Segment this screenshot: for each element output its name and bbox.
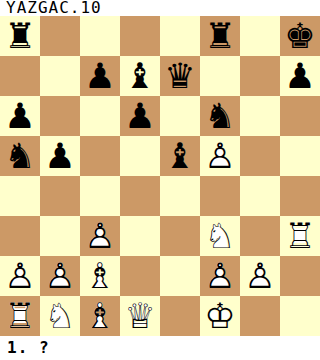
piece-solid-layer: ♜ [0, 16, 40, 56]
white-knight-piece[interactable]: ♞♘ [40, 296, 80, 336]
piece-solid-layer: ♝ [120, 56, 160, 96]
title-bar: YAZGAC.10 [0, 0, 320, 16]
square-f1[interactable]: ♚♔ [200, 296, 240, 336]
square-d7[interactable]: ♝ [120, 56, 160, 96]
square-g3[interactable] [240, 216, 280, 256]
black-pawn-piece[interactable]: ♟ [280, 56, 320, 96]
square-c4[interactable] [80, 176, 120, 216]
piece-outline-layer: ♗ [80, 296, 120, 336]
black-pawn-piece[interactable]: ♟ [120, 96, 160, 136]
piece-outline-layer: ♙ [200, 136, 240, 176]
piece-outline-layer: ♘ [40, 296, 80, 336]
piece-solid-layer: ♞ [200, 96, 240, 136]
white-bishop-piece[interactable]: ♝♗ [80, 256, 120, 296]
piece-outline-layer: ♙ [40, 256, 80, 296]
square-b4[interactable] [40, 176, 80, 216]
square-d6[interactable]: ♟ [120, 96, 160, 136]
square-e2[interactable] [160, 256, 200, 296]
piece-solid-layer: ♟ [280, 56, 320, 96]
square-c2[interactable]: ♝♗ [80, 256, 120, 296]
piece-solid-layer: ♟ [80, 56, 120, 96]
square-b2[interactable]: ♟♙ [40, 256, 80, 296]
piece-outline-layer: ♔ [200, 296, 240, 336]
square-e4[interactable] [160, 176, 200, 216]
square-b1[interactable]: ♞♘ [40, 296, 80, 336]
square-f4[interactable] [200, 176, 240, 216]
square-g2[interactable]: ♟♙ [240, 256, 280, 296]
piece-outline-layer: ♙ [80, 216, 120, 256]
white-pawn-piece[interactable]: ♟♙ [200, 136, 240, 176]
square-b3[interactable] [40, 216, 80, 256]
square-e3[interactable] [160, 216, 200, 256]
white-bishop-piece[interactable]: ♝♗ [80, 296, 120, 336]
square-h8[interactable]: ♚ [280, 16, 320, 56]
piece-outline-layer: ♕ [120, 296, 160, 336]
square-c7[interactable]: ♟ [80, 56, 120, 96]
square-h2[interactable] [280, 256, 320, 296]
piece-outline-layer: ♙ [0, 256, 40, 296]
move-prompt: 1. ? [0, 339, 50, 357]
square-a7[interactable] [0, 56, 40, 96]
square-h6[interactable] [280, 96, 320, 136]
square-a5[interactable]: ♞ [0, 136, 40, 176]
square-g8[interactable] [240, 16, 280, 56]
black-king-piece[interactable]: ♚ [280, 16, 320, 56]
piece-outline-layer: ♖ [280, 216, 320, 256]
black-pawn-piece[interactable]: ♟ [40, 136, 80, 176]
square-a6[interactable]: ♟ [0, 96, 40, 136]
square-h4[interactable] [280, 176, 320, 216]
puzzle-title: YAZGAC.10 [0, 0, 102, 16]
piece-solid-layer: ♟ [40, 136, 80, 176]
piece-outline-layer: ♙ [240, 256, 280, 296]
square-b5[interactable]: ♟ [40, 136, 80, 176]
square-d2[interactable] [120, 256, 160, 296]
square-c6[interactable] [80, 96, 120, 136]
piece-outline-layer: ♖ [0, 296, 40, 336]
piece-solid-layer: ♟ [0, 96, 40, 136]
square-f2[interactable]: ♟♙ [200, 256, 240, 296]
white-pawn-piece[interactable]: ♟♙ [200, 256, 240, 296]
square-f5[interactable]: ♟♙ [200, 136, 240, 176]
piece-solid-layer: ♝ [160, 136, 200, 176]
piece-solid-layer: ♟ [120, 96, 160, 136]
piece-outline-layer: ♗ [80, 256, 120, 296]
white-pawn-piece[interactable]: ♟♙ [40, 256, 80, 296]
square-a1[interactable]: ♜♖ [0, 296, 40, 336]
black-rook-piece[interactable]: ♜ [0, 16, 40, 56]
square-c1[interactable]: ♝♗ [80, 296, 120, 336]
square-b8[interactable] [40, 16, 80, 56]
chess-board: ♜♜♚♟♝♛♟♟♟♞♞♟♝♟♙♟♙♞♘♜♖♟♙♟♙♝♗♟♙♟♙♜♖♞♘♝♗♛♕♚… [0, 16, 320, 336]
square-d5[interactable] [120, 136, 160, 176]
square-c3[interactable]: ♟♙ [80, 216, 120, 256]
square-f6[interactable]: ♞ [200, 96, 240, 136]
black-pawn-piece[interactable]: ♟ [0, 96, 40, 136]
square-d8[interactable] [120, 16, 160, 56]
piece-solid-layer: ♛ [160, 56, 200, 96]
white-rook-piece[interactable]: ♜♖ [0, 296, 40, 336]
square-a4[interactable] [0, 176, 40, 216]
piece-solid-layer: ♚ [280, 16, 320, 56]
square-g4[interactable] [240, 176, 280, 216]
square-c5[interactable] [80, 136, 120, 176]
black-bishop-piece[interactable]: ♝ [160, 136, 200, 176]
square-a8[interactable]: ♜ [0, 16, 40, 56]
square-d3[interactable] [120, 216, 160, 256]
square-f8[interactable]: ♜ [200, 16, 240, 56]
square-f3[interactable]: ♞♘ [200, 216, 240, 256]
square-h7[interactable]: ♟ [280, 56, 320, 96]
square-f7[interactable] [200, 56, 240, 96]
white-knight-piece[interactable]: ♞♘ [200, 216, 240, 256]
black-pawn-piece[interactable]: ♟ [80, 56, 120, 96]
white-pawn-piece[interactable]: ♟♙ [80, 216, 120, 256]
square-e5[interactable]: ♝ [160, 136, 200, 176]
prompt-bar: 1. ? [0, 336, 320, 360]
black-queen-piece[interactable]: ♛ [160, 56, 200, 96]
piece-solid-layer: ♞ [0, 136, 40, 176]
white-pawn-piece[interactable]: ♟♙ [0, 256, 40, 296]
square-e7[interactable]: ♛ [160, 56, 200, 96]
black-knight-piece[interactable]: ♞ [0, 136, 40, 176]
piece-solid-layer: ♜ [200, 16, 240, 56]
square-h5[interactable] [280, 136, 320, 176]
square-g1[interactable] [240, 296, 280, 336]
square-e6[interactable] [160, 96, 200, 136]
square-g7[interactable] [240, 56, 280, 96]
square-d1[interactable]: ♛♕ [120, 296, 160, 336]
white-rook-piece[interactable]: ♜♖ [280, 216, 320, 256]
black-bishop-piece[interactable]: ♝ [120, 56, 160, 96]
square-b6[interactable] [40, 96, 80, 136]
white-king-piece[interactable]: ♚♔ [200, 296, 240, 336]
black-knight-piece[interactable]: ♞ [200, 96, 240, 136]
square-g6[interactable] [240, 96, 280, 136]
square-c8[interactable] [80, 16, 120, 56]
square-d4[interactable] [120, 176, 160, 216]
square-h3[interactable]: ♜♖ [280, 216, 320, 256]
black-rook-piece[interactable]: ♜ [200, 16, 240, 56]
square-a3[interactable] [0, 216, 40, 256]
white-queen-piece[interactable]: ♛♕ [120, 296, 160, 336]
piece-outline-layer: ♙ [200, 256, 240, 296]
square-b7[interactable] [40, 56, 80, 96]
square-h1[interactable] [280, 296, 320, 336]
square-a2[interactable]: ♟♙ [0, 256, 40, 296]
square-e8[interactable] [160, 16, 200, 56]
white-pawn-piece[interactable]: ♟♙ [240, 256, 280, 296]
piece-outline-layer: ♘ [200, 216, 240, 256]
square-g5[interactable] [240, 136, 280, 176]
square-e1[interactable] [160, 296, 200, 336]
